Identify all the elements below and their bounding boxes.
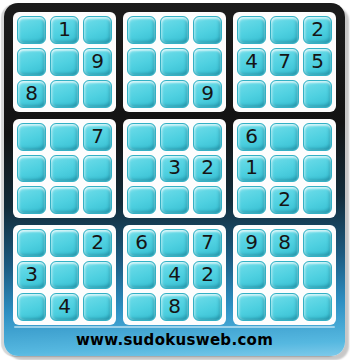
cell-r8c6[interactable]: 2	[193, 261, 222, 289]
cell-r7c3[interactable]: 2	[83, 229, 112, 257]
cell-r7c2[interactable]	[50, 229, 79, 257]
cell-r5c4[interactable]	[127, 155, 156, 183]
cell-r1c6[interactable]	[193, 16, 222, 44]
cell-r2c7[interactable]: 4	[237, 48, 266, 76]
cell-r4c6[interactable]	[193, 123, 222, 151]
given-digit: 4	[58, 296, 71, 316]
box-7: 234	[13, 225, 116, 325]
cell-r6c1[interactable]	[17, 186, 46, 214]
sudoku-page: 198924757326122346742898 www.sudokusweb.…	[0, 0, 350, 360]
given-digit: 2	[201, 157, 214, 177]
cell-r5c6[interactable]: 2	[193, 155, 222, 183]
footer-banner: www.sudokusweb.com	[13, 325, 336, 355]
cell-r3c8[interactable]	[270, 80, 299, 108]
given-digit: 7	[278, 51, 291, 71]
cell-r9c3[interactable]	[83, 293, 112, 321]
cell-r9c9[interactable]	[303, 293, 332, 321]
cell-r6c9[interactable]	[303, 186, 332, 214]
box-8: 67428	[123, 225, 226, 325]
cell-r7c7[interactable]: 9	[237, 229, 266, 257]
cell-r2c1[interactable]	[17, 48, 46, 76]
cell-r3c3[interactable]	[83, 80, 112, 108]
cell-r6c8[interactable]: 2	[270, 186, 299, 214]
given-digit: 7	[91, 126, 104, 146]
given-digit: 3	[168, 157, 181, 177]
cell-r7c9[interactable]	[303, 229, 332, 257]
cell-r1c3[interactable]	[83, 16, 112, 44]
box-6: 612	[233, 119, 336, 219]
cell-r5c2[interactable]	[50, 155, 79, 183]
given-digit: 7	[201, 232, 214, 252]
cell-r1c2[interactable]: 1	[50, 16, 79, 44]
cell-r7c5[interactable]	[160, 229, 189, 257]
cell-r4c2[interactable]	[50, 123, 79, 151]
cell-r7c8[interactable]: 8	[270, 229, 299, 257]
cell-r3c9[interactable]	[303, 80, 332, 108]
cell-r1c8[interactable]	[270, 16, 299, 44]
cell-r9c6[interactable]	[193, 293, 222, 321]
sudoku-board: 198924757326122346742898	[13, 12, 336, 325]
cell-r2c3[interactable]: 9	[83, 48, 112, 76]
given-digit: 8	[278, 232, 291, 252]
cell-r9c7[interactable]	[237, 293, 266, 321]
cell-r1c5[interactable]	[160, 16, 189, 44]
cell-r9c5[interactable]: 8	[160, 293, 189, 321]
cell-r5c9[interactable]	[303, 155, 332, 183]
cell-r2c9[interactable]: 5	[303, 48, 332, 76]
cell-r3c1[interactable]: 8	[17, 80, 46, 108]
given-digit: 6	[135, 232, 148, 252]
box-3: 2475	[233, 12, 336, 112]
cell-r9c8[interactable]	[270, 293, 299, 321]
given-digit: 8	[168, 296, 181, 316]
given-digit: 2	[278, 189, 291, 209]
cell-r8c2[interactable]	[50, 261, 79, 289]
cell-r3c6[interactable]: 9	[193, 80, 222, 108]
cell-r2c6[interactable]	[193, 48, 222, 76]
cell-r3c5[interactable]	[160, 80, 189, 108]
cell-r5c3[interactable]	[83, 155, 112, 183]
given-digit: 9	[245, 232, 258, 252]
given-digit: 8	[25, 83, 38, 103]
cell-r4c1[interactable]	[17, 123, 46, 151]
cell-r3c4[interactable]	[127, 80, 156, 108]
given-digit: 9	[201, 83, 214, 103]
cell-r6c4[interactable]	[127, 186, 156, 214]
cell-r6c6[interactable]	[193, 186, 222, 214]
cell-r7c6[interactable]: 7	[193, 229, 222, 257]
cell-r8c9[interactable]	[303, 261, 332, 289]
given-digit: 1	[245, 157, 258, 177]
cell-r6c2[interactable]	[50, 186, 79, 214]
cell-r5c5[interactable]: 3	[160, 155, 189, 183]
box-1: 198	[13, 12, 116, 112]
cell-r8c7[interactable]	[237, 261, 266, 289]
given-digit: 2	[201, 264, 214, 284]
cell-r3c2[interactable]	[50, 80, 79, 108]
given-digit: 2	[311, 19, 324, 39]
cell-r1c9[interactable]: 2	[303, 16, 332, 44]
cell-r1c1[interactable]	[17, 16, 46, 44]
cell-r2c4[interactable]	[127, 48, 156, 76]
cell-r8c5[interactable]: 4	[160, 261, 189, 289]
cell-r4c3[interactable]: 7	[83, 123, 112, 151]
cell-r4c7[interactable]: 6	[237, 123, 266, 151]
cell-r1c7[interactable]	[237, 16, 266, 44]
cell-r4c5[interactable]	[160, 123, 189, 151]
cell-r6c5[interactable]	[160, 186, 189, 214]
cell-r7c4[interactable]: 6	[127, 229, 156, 257]
cell-r5c8[interactable]	[270, 155, 299, 183]
cell-r2c2[interactable]	[50, 48, 79, 76]
given-digit: 4	[168, 264, 181, 284]
given-digit: 5	[311, 51, 324, 71]
cell-r4c9[interactable]	[303, 123, 332, 151]
cell-r6c3[interactable]	[83, 186, 112, 214]
box-4: 7	[13, 119, 116, 219]
given-digit: 6	[245, 126, 258, 146]
given-digit: 9	[91, 51, 104, 71]
cell-r4c4[interactable]	[127, 123, 156, 151]
given-digit: 4	[245, 51, 258, 71]
cell-r8c1[interactable]: 3	[17, 261, 46, 289]
cell-r8c8[interactable]	[270, 261, 299, 289]
cell-r2c5[interactable]	[160, 48, 189, 76]
cell-r6c7[interactable]	[237, 186, 266, 214]
cell-r5c1[interactable]	[17, 155, 46, 183]
given-digit: 1	[58, 19, 71, 39]
cell-r8c4[interactable]	[127, 261, 156, 289]
cell-r9c1[interactable]	[17, 293, 46, 321]
box-5: 32	[123, 119, 226, 219]
cell-r9c4[interactable]	[127, 293, 156, 321]
cell-r8c3[interactable]	[83, 261, 112, 289]
cell-r1c4[interactable]	[127, 16, 156, 44]
given-digit: 3	[25, 264, 38, 284]
cell-r4c8[interactable]	[270, 123, 299, 151]
given-digit: 2	[91, 232, 104, 252]
cell-r3c7[interactable]	[237, 80, 266, 108]
box-9: 98	[233, 225, 336, 325]
sudoku-board-frame: 198924757326122346742898 www.sudokusweb.…	[4, 3, 345, 356]
cell-r5c7[interactable]: 1	[237, 155, 266, 183]
site-url-text: www.sudokusweb.com	[76, 331, 273, 349]
box-2: 9	[123, 12, 226, 112]
cell-r9c2[interactable]: 4	[50, 293, 79, 321]
cell-r2c8[interactable]: 7	[270, 48, 299, 76]
cell-r7c1[interactable]	[17, 229, 46, 257]
